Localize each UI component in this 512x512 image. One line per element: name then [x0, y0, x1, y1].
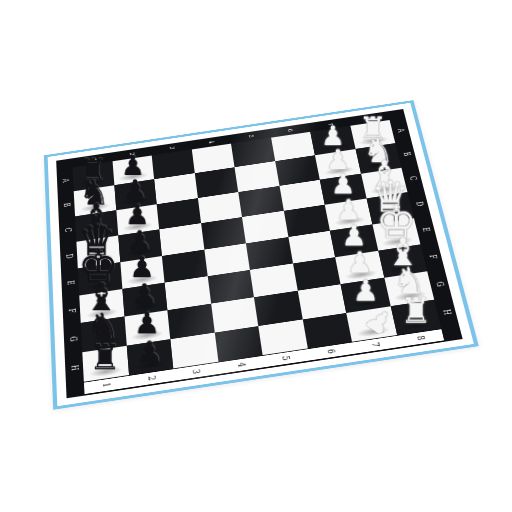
square-h7: ♟	[346, 306, 396, 342]
rank-label-top-3: 3	[167, 146, 175, 150]
square-a6	[271, 132, 315, 162]
photo-stage: 12345678 ABCDEFGH ABCDEFGH 12345678 ♜♟♟♜…	[0, 0, 512, 512]
file-label-right-h: H	[441, 309, 452, 316]
file-label-left-d: D	[64, 253, 73, 259]
square-h2: ♟	[126, 339, 173, 375]
square-g3	[167, 304, 214, 339]
file-label-right-f: F	[427, 254, 437, 259]
file-label-right-b: B	[402, 152, 412, 157]
file-label-left-b: B	[62, 202, 71, 207]
rank-label-bottom-1: 1	[101, 382, 112, 388]
file-label-left-h: H	[69, 365, 79, 372]
file-label-left-c: C	[63, 227, 72, 232]
rank-label-bottom-2: 2	[146, 375, 157, 381]
rank-label-bottom-6: 6	[325, 348, 336, 354]
file-label-right-a: A	[396, 128, 405, 133]
square-c5	[238, 186, 283, 217]
rank-label-bottom-7: 7	[370, 342, 381, 348]
square-b6	[275, 155, 320, 185]
file-label-left-a: A	[61, 178, 70, 183]
file-label-left-f: F	[67, 308, 76, 313]
rank-label-top-5: 5	[246, 134, 254, 138]
rank-label-bottom-5: 5	[280, 355, 291, 361]
square-e4	[204, 243, 250, 276]
rank-label-top-6: 6	[286, 128, 294, 132]
rank-label-top-4: 4	[207, 140, 215, 144]
file-label-right-c: C	[408, 176, 418, 181]
square-c4	[197, 192, 242, 223]
square-g5	[254, 291, 302, 326]
file-label-left-e: E	[65, 280, 74, 286]
rank-label-bottom-3: 3	[191, 369, 202, 375]
square-h1: ♜	[82, 346, 128, 382]
rank-label-bottom-8: 8	[415, 335, 427, 341]
file-label-right-e: E	[421, 227, 431, 232]
file-label-right-g: G	[434, 281, 444, 287]
board-frame: 12345678 ABCDEFGH ABCDEFGH 12345678 ♜♟♟♜…	[56, 109, 462, 398]
chess-board-mat: 12345678 ABCDEFGH ABCDEFGH 12345678 ♜♟♟♜…	[44, 100, 479, 410]
square-d5	[242, 211, 288, 243]
square-d3	[159, 223, 204, 255]
rank-label-bottom-4: 4	[236, 362, 247, 368]
file-label-left-g: G	[68, 336, 77, 342]
